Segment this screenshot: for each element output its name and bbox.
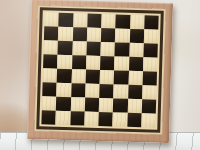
square-d7[interactable] [87,28,102,42]
square-f5[interactable] [114,56,129,70]
square-e5[interactable] [100,56,115,70]
square-e3[interactable] [99,84,114,98]
chess-board [27,0,173,143]
square-d1[interactable] [84,112,99,126]
square-b6[interactable] [58,41,73,55]
square-b4[interactable] [57,69,72,83]
square-h1[interactable] [141,113,156,127]
square-g6[interactable] [129,43,144,57]
square-c6[interactable] [72,41,87,55]
square-d5[interactable] [86,56,101,70]
board-outer-margin [34,5,166,135]
square-a8[interactable] [44,12,59,26]
square-a6[interactable] [43,40,58,54]
square-c3[interactable] [71,83,86,97]
square-f8[interactable] [116,14,131,28]
square-d8[interactable] [87,14,102,28]
square-c7[interactable] [72,27,87,41]
square-g4[interactable] [128,71,143,85]
square-c1[interactable] [70,111,85,125]
square-a3[interactable] [42,82,57,96]
square-f6[interactable] [115,42,130,56]
square-g2[interactable] [127,99,142,113]
photo-scene [0,0,200,150]
square-e8[interactable] [101,14,116,28]
square-b8[interactable] [59,13,74,27]
square-b7[interactable] [58,27,73,41]
board-inner-border [36,7,164,133]
square-f7[interactable] [115,28,130,42]
square-d4[interactable] [85,70,100,84]
square-h8[interactable] [144,15,159,29]
square-b5[interactable] [57,55,72,69]
square-b2[interactable] [56,97,71,111]
square-f2[interactable] [113,98,128,112]
square-g8[interactable] [130,15,145,29]
square-e7[interactable] [101,28,116,42]
square-b3[interactable] [56,83,71,97]
square-e2[interactable] [99,98,114,112]
square-c8[interactable] [73,13,88,27]
square-g5[interactable] [129,57,144,71]
square-e4[interactable] [100,70,115,84]
square-f3[interactable] [113,84,128,98]
square-h6[interactable] [143,43,158,57]
square-h3[interactable] [142,85,157,99]
square-c4[interactable] [71,69,86,83]
square-g3[interactable] [128,85,143,99]
square-a1[interactable] [41,110,56,124]
square-d2[interactable] [85,98,100,112]
square-h2[interactable] [142,99,157,113]
square-f4[interactable] [114,70,129,84]
square-a7[interactable] [44,26,59,40]
square-c5[interactable] [72,55,87,69]
square-f1[interactable] [113,112,128,126]
square-a5[interactable] [43,54,58,68]
square-a2[interactable] [42,96,57,110]
square-b1[interactable] [56,111,71,125]
square-e6[interactable] [100,42,115,56]
square-g1[interactable] [127,113,142,127]
board-grid [41,12,158,127]
square-d6[interactable] [86,42,101,56]
square-d3[interactable] [85,84,100,98]
square-g7[interactable] [129,29,144,43]
square-h7[interactable] [144,29,159,43]
square-e1[interactable] [98,112,113,126]
square-c2[interactable] [70,97,85,111]
square-h5[interactable] [143,57,158,71]
square-a4[interactable] [43,68,58,82]
square-h4[interactable] [142,71,157,85]
